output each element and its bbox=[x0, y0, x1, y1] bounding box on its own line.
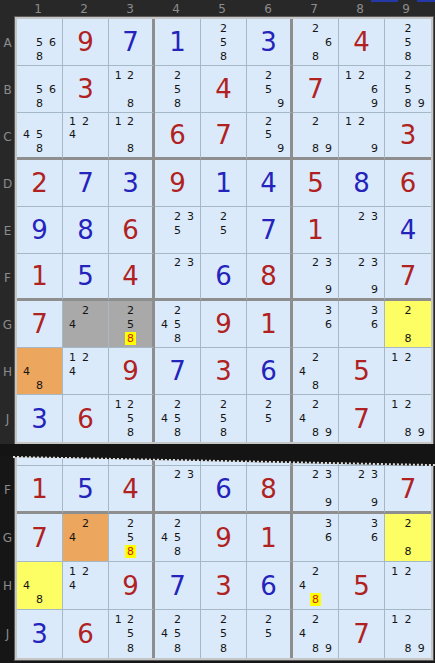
cell-A7[interactable]: 268 bbox=[293, 19, 339, 66]
cell-B2[interactable]: 3 bbox=[63, 66, 109, 113]
cell-F3[interactable]: 4 bbox=[109, 466, 155, 514]
candidate-1[interactable]: 1 bbox=[115, 398, 122, 411]
candidate-8[interactable]: 8 bbox=[312, 426, 319, 439]
candidate-9[interactable]: 9 bbox=[325, 426, 332, 439]
cell-H2[interactable]: 124 bbox=[63, 348, 109, 395]
candidate-3[interactable]: 3 bbox=[371, 256, 378, 269]
cell-F5[interactable]: 6 bbox=[201, 254, 247, 301]
candidate-8[interactable]: 8 bbox=[404, 642, 411, 655]
cell-E3[interactable]: 6 bbox=[109, 207, 155, 254]
candidate-5[interactable]: 5 bbox=[127, 318, 134, 331]
candidate-2[interactable]: 2 bbox=[404, 351, 411, 364]
cell-H9[interactable]: 12 bbox=[385, 562, 431, 610]
candidate-2[interactable]: 2 bbox=[358, 69, 365, 82]
cell-H8[interactable]: 5 bbox=[339, 348, 385, 395]
candidate-empty bbox=[230, 397, 243, 411]
candidate-6[interactable]: 6 bbox=[49, 36, 56, 49]
candidate-4[interactable]: 4 bbox=[23, 579, 30, 592]
cell-D5[interactable]: 1 bbox=[201, 160, 247, 207]
candidate-3[interactable]: 3 bbox=[187, 468, 194, 481]
candidate-empty bbox=[184, 397, 197, 411]
candidate-5[interactable]: 5 bbox=[404, 36, 411, 49]
cell-C1[interactable]: 458 bbox=[17, 113, 63, 160]
candidate-5[interactable]: 5 bbox=[127, 412, 134, 425]
candidate-2[interactable]: 2 bbox=[174, 468, 181, 481]
candidate-1[interactable]: 1 bbox=[115, 613, 122, 626]
cell-E4[interactable]: 235 bbox=[155, 207, 201, 254]
solved-value: 9 bbox=[17, 207, 62, 253]
candidate-3[interactable]: 3 bbox=[325, 517, 332, 530]
cell-B3[interactable]: 128 bbox=[109, 66, 155, 113]
candidate-2[interactable]: 2 bbox=[404, 517, 411, 530]
candidate-2[interactable]: 2 bbox=[220, 398, 227, 411]
candidate-2[interactable]: 2 bbox=[358, 468, 365, 481]
candidate-5[interactable]: 5 bbox=[404, 83, 411, 96]
cell-F1[interactable]: 1 bbox=[17, 254, 63, 301]
candidates: 268 bbox=[296, 21, 335, 63]
candidate-9[interactable]: 9 bbox=[371, 142, 378, 155]
candidate-empty bbox=[322, 115, 335, 128]
solved-value: 6 bbox=[247, 348, 290, 394]
candidate-2[interactable]: 2 bbox=[174, 613, 181, 626]
cell-H6[interactable]: 6 bbox=[247, 348, 293, 395]
candidate-2[interactable]: 2 bbox=[312, 22, 319, 35]
candidate-2[interactable]: 2 bbox=[174, 398, 181, 411]
cell-J2[interactable]: 6 bbox=[63, 395, 109, 442]
cell-G4[interactable]: 2458 bbox=[155, 514, 201, 562]
candidate-5[interactable]: 5 bbox=[220, 36, 227, 49]
candidate-5[interactable]: 5 bbox=[174, 318, 181, 331]
cell-J6[interactable]: 25 bbox=[247, 395, 293, 442]
candidate-8[interactable]: 8 bbox=[220, 642, 227, 655]
cell-J9[interactable]: 1289 bbox=[385, 395, 431, 442]
candidate-8[interactable]: 8 bbox=[312, 142, 319, 155]
candidate-3[interactable]: 3 bbox=[187, 210, 194, 223]
cell-B1[interactable]: 568 bbox=[17, 66, 63, 113]
candidate-8[interactable]: 8 bbox=[36, 593, 43, 606]
candidate-8[interactable]: 8 bbox=[36, 142, 43, 155]
candidate-empty bbox=[296, 303, 309, 317]
cell-G8[interactable]: 36 bbox=[339, 301, 385, 348]
candidate-empty bbox=[309, 495, 322, 509]
cell-A8[interactable]: 4 bbox=[339, 19, 385, 66]
candidate-8[interactable]: 8 bbox=[174, 642, 181, 655]
cell-B6[interactable]: 259 bbox=[247, 66, 293, 113]
cell-J5[interactable]: 258 bbox=[201, 395, 247, 442]
candidate-4[interactable]: 4 bbox=[23, 128, 30, 141]
cell-G9[interactable]: 28 bbox=[385, 514, 431, 562]
candidate-3[interactable]: 3 bbox=[325, 304, 332, 317]
candidate-3[interactable]: 3 bbox=[325, 468, 332, 481]
cell-J4[interactable]: 2458 bbox=[155, 395, 201, 442]
cell-G3[interactable]: 258 bbox=[109, 301, 155, 348]
candidate-2[interactable]: 2 bbox=[127, 115, 134, 128]
cell-F8[interactable]: 239 bbox=[339, 254, 385, 301]
cell-E2[interactable]: 8 bbox=[63, 207, 109, 254]
candidate-8[interactable]: 8 bbox=[174, 545, 181, 558]
candidate-4[interactable]: 4 bbox=[161, 412, 168, 425]
candidate-2[interactable]: 2 bbox=[127, 613, 134, 626]
cell-J1[interactable]: 3 bbox=[17, 395, 63, 442]
cell-J4[interactable]: 2458 bbox=[155, 610, 201, 658]
cell-J8[interactable]: 7 bbox=[339, 395, 385, 442]
cell-B5[interactable]: 4 bbox=[201, 66, 247, 113]
cell-A9[interactable]: 258 bbox=[385, 19, 431, 66]
cell-G3[interactable]: 258 bbox=[109, 514, 155, 562]
candidate-8[interactable]: 8 bbox=[404, 50, 411, 63]
cell-F4[interactable]: 23 bbox=[155, 466, 201, 514]
candidate-2[interactable]: 2 bbox=[82, 565, 89, 578]
candidate-4[interactable]: 4 bbox=[299, 412, 306, 425]
cell-H1[interactable]: 48 bbox=[17, 348, 63, 395]
cell-H3[interactable]: 9 bbox=[109, 348, 155, 395]
candidate-8[interactable]: 8 bbox=[174, 332, 181, 345]
candidate-2[interactable]: 2 bbox=[127, 398, 134, 411]
candidate-5[interactable]: 5 bbox=[265, 83, 272, 96]
candidate-5[interactable]: 5 bbox=[36, 128, 43, 141]
candidate-1[interactable]: 1 bbox=[391, 613, 398, 626]
candidate-1[interactable]: 1 bbox=[69, 565, 76, 578]
candidate-2[interactable]: 2 bbox=[312, 256, 319, 269]
candidate-4[interactable]: 4 bbox=[161, 627, 168, 640]
cell-F5[interactable]: 6 bbox=[201, 466, 247, 514]
candidate-3[interactable]: 3 bbox=[371, 210, 378, 223]
candidate-5[interactable]: 5 bbox=[174, 531, 181, 544]
cell-D2[interactable]: 7 bbox=[63, 160, 109, 207]
candidate-6[interactable]: 6 bbox=[371, 83, 378, 96]
cell-E1[interactable]: 9 bbox=[17, 207, 63, 254]
cell-E7[interactable]: 1 bbox=[293, 207, 339, 254]
cell-D3[interactable]: 3 bbox=[109, 160, 155, 207]
cell-H9[interactable]: 12 bbox=[385, 348, 431, 395]
cell-H5[interactable]: 3 bbox=[201, 348, 247, 395]
candidate-8[interactable]: 8 bbox=[174, 97, 181, 110]
candidate-8[interactable]: 8 bbox=[310, 593, 321, 606]
cell-G2[interactable]: 24 bbox=[63, 514, 109, 562]
candidate-2[interactable]: 2 bbox=[174, 304, 181, 317]
candidate-2[interactable]: 2 bbox=[404, 22, 411, 35]
cell-D1[interactable]: 2 bbox=[17, 160, 63, 207]
candidate-9[interactable]: 9 bbox=[418, 97, 425, 110]
cell-F9[interactable]: 7 bbox=[385, 254, 431, 301]
candidate-2[interactable]: 2 bbox=[220, 22, 227, 35]
candidate-empty bbox=[342, 495, 355, 509]
candidate-2[interactable]: 2 bbox=[220, 210, 227, 223]
candidate-2[interactable]: 2 bbox=[312, 468, 319, 481]
cell-F6[interactable]: 8 bbox=[247, 466, 293, 514]
candidate-9[interactable]: 9 bbox=[371, 496, 378, 509]
cell-J7[interactable]: 2489 bbox=[293, 610, 339, 658]
candidate-6[interactable]: 6 bbox=[49, 83, 56, 96]
cell-E9[interactable]: 4 bbox=[385, 207, 431, 254]
cell-J1[interactable]: 3 bbox=[17, 610, 63, 658]
candidate-2[interactable]: 2 bbox=[82, 115, 89, 128]
candidate-4[interactable]: 4 bbox=[299, 627, 306, 640]
candidate-2[interactable]: 2 bbox=[358, 210, 365, 223]
candidate-empty bbox=[158, 545, 171, 559]
candidate-8[interactable]: 8 bbox=[125, 332, 136, 345]
cell-H1[interactable]: 48 bbox=[17, 562, 63, 610]
candidate-9[interactable]: 9 bbox=[371, 283, 378, 296]
cell-H5[interactable]: 3 bbox=[201, 562, 247, 610]
cell-J3[interactable]: 1258 bbox=[109, 610, 155, 658]
candidate-5[interactable]: 5 bbox=[127, 531, 134, 544]
candidate-5[interactable]: 5 bbox=[127, 627, 134, 640]
cell-A5[interactable]: 258 bbox=[201, 19, 247, 66]
cell-F4[interactable]: 23 bbox=[155, 254, 201, 301]
candidate-empty bbox=[66, 303, 79, 317]
candidate-2[interactable]: 2 bbox=[174, 69, 181, 82]
candidate-5[interactable]: 5 bbox=[220, 412, 227, 425]
candidate-5[interactable]: 5 bbox=[265, 412, 272, 425]
candidate-8[interactable]: 8 bbox=[174, 426, 181, 439]
candidate-empty bbox=[275, 612, 287, 627]
cell-J7[interactable]: 2489 bbox=[293, 395, 339, 442]
candidate-4[interactable]: 4 bbox=[161, 318, 168, 331]
cell-E6[interactable]: 7 bbox=[247, 207, 293, 254]
candidate-5[interactable]: 5 bbox=[174, 83, 181, 96]
candidate-2[interactable]: 2 bbox=[358, 256, 365, 269]
cell-C9[interactable]: 3 bbox=[385, 113, 431, 160]
candidate-5[interactable]: 5 bbox=[174, 627, 181, 640]
cell-D7[interactable]: 5 bbox=[293, 160, 339, 207]
candidate-9[interactable]: 9 bbox=[325, 642, 332, 655]
cell-G8[interactable]: 36 bbox=[339, 514, 385, 562]
candidate-1[interactable]: 1 bbox=[69, 115, 76, 128]
cell-J5[interactable]: 258 bbox=[201, 610, 247, 658]
candidate-2[interactable]: 2 bbox=[174, 210, 181, 223]
candidate-2[interactable]: 2 bbox=[265, 398, 272, 411]
candidate-1[interactable]: 1 bbox=[115, 115, 122, 128]
candidate-4[interactable]: 4 bbox=[23, 365, 30, 378]
candidate-8[interactable]: 8 bbox=[220, 50, 227, 63]
cell-A1[interactable]: 568 bbox=[17, 19, 63, 66]
candidate-9[interactable]: 9 bbox=[418, 642, 425, 655]
candidate-2[interactable]: 2 bbox=[265, 613, 272, 626]
candidate-6[interactable]: 6 bbox=[371, 318, 378, 331]
candidate-8[interactable]: 8 bbox=[404, 97, 411, 110]
candidate-2[interactable]: 2 bbox=[404, 613, 411, 626]
candidate-6[interactable]: 6 bbox=[371, 531, 378, 544]
candidate-2[interactable]: 2 bbox=[404, 565, 411, 578]
cell-G1[interactable]: 7 bbox=[17, 301, 63, 348]
candidate-4[interactable]: 4 bbox=[69, 531, 76, 544]
candidate-4[interactable]: 4 bbox=[69, 579, 76, 592]
candidate-9[interactable]: 9 bbox=[371, 97, 378, 110]
cell-D6[interactable]: 4 bbox=[247, 160, 293, 207]
candidate-4[interactable]: 4 bbox=[69, 128, 76, 141]
candidate-3[interactable]: 3 bbox=[371, 304, 378, 317]
candidate-8[interactable]: 8 bbox=[36, 50, 43, 63]
candidate-2[interactable]: 2 bbox=[265, 115, 272, 128]
candidate-empty bbox=[204, 237, 217, 251]
candidate-8[interactable]: 8 bbox=[36, 97, 43, 110]
candidate-6[interactable]: 6 bbox=[325, 531, 332, 544]
candidate-1[interactable]: 1 bbox=[69, 351, 76, 364]
candidate-5[interactable]: 5 bbox=[265, 128, 272, 141]
candidates: 248 bbox=[296, 564, 335, 607]
candidate-4[interactable]: 4 bbox=[69, 318, 76, 331]
candidate-8[interactable]: 8 bbox=[125, 545, 136, 558]
candidate-1[interactable]: 1 bbox=[345, 115, 352, 128]
cell-F6[interactable]: 8 bbox=[247, 254, 293, 301]
cell-B8[interactable]: 1269 bbox=[339, 66, 385, 113]
cell-J2[interactable]: 6 bbox=[63, 610, 109, 658]
cell-H6[interactable]: 6 bbox=[247, 562, 293, 610]
cell-C2[interactable]: 124 bbox=[63, 113, 109, 160]
cell-H2[interactable]: 124 bbox=[63, 562, 109, 610]
cell-J9[interactable]: 1289 bbox=[385, 610, 431, 658]
candidate-2[interactable]: 2 bbox=[312, 613, 319, 626]
cell-G6[interactable]: 1 bbox=[247, 514, 293, 562]
cell-G5[interactable]: 9 bbox=[201, 301, 247, 348]
candidate-2[interactable]: 2 bbox=[82, 351, 89, 364]
cell-E5[interactable]: 25 bbox=[201, 207, 247, 254]
cell-G2[interactable]: 24 bbox=[63, 301, 109, 348]
candidate-2[interactable]: 2 bbox=[312, 565, 319, 578]
candidate-8[interactable]: 8 bbox=[127, 97, 134, 110]
candidate-2[interactable]: 2 bbox=[220, 613, 227, 626]
candidate-5[interactable]: 5 bbox=[220, 224, 227, 237]
candidate-5[interactable]: 5 bbox=[36, 36, 43, 49]
candidate-empty bbox=[230, 411, 243, 425]
candidate-2[interactable]: 2 bbox=[312, 115, 319, 128]
candidate-2[interactable]: 2 bbox=[82, 517, 89, 530]
cell-H4[interactable]: 7 bbox=[155, 348, 201, 395]
cell-F9[interactable]: 7 bbox=[385, 466, 431, 514]
candidate-2[interactable]: 2 bbox=[404, 69, 411, 82]
cell-C6[interactable]: 259 bbox=[247, 113, 293, 160]
cell-G7[interactable]: 36 bbox=[293, 301, 339, 348]
candidate-8[interactable]: 8 bbox=[312, 379, 319, 392]
candidate-9[interactable]: 9 bbox=[325, 142, 332, 155]
candidate-9[interactable]: 9 bbox=[325, 283, 332, 296]
candidate-5[interactable]: 5 bbox=[265, 627, 272, 640]
candidate-9[interactable]: 9 bbox=[277, 142, 284, 155]
cell-F3[interactable]: 4 bbox=[109, 254, 155, 301]
candidate-5[interactable]: 5 bbox=[220, 627, 227, 640]
candidate-2[interactable]: 2 bbox=[358, 115, 365, 128]
candidate-8[interactable]: 8 bbox=[127, 642, 134, 655]
candidate-8[interactable]: 8 bbox=[36, 379, 43, 392]
cell-B9[interactable]: 2589 bbox=[385, 66, 431, 113]
cell-J8[interactable]: 7 bbox=[339, 610, 385, 658]
cell-C8[interactable]: 129 bbox=[339, 113, 385, 160]
cell-F1[interactable]: 1 bbox=[17, 466, 63, 514]
cell-F8[interactable]: 239 bbox=[339, 466, 385, 514]
candidate-8[interactable]: 8 bbox=[404, 545, 411, 558]
cell-A3[interactable]: 7 bbox=[109, 19, 155, 66]
candidate-8[interactable]: 8 bbox=[220, 426, 227, 439]
candidate-empty bbox=[33, 115, 46, 128]
candidate-8[interactable]: 8 bbox=[127, 426, 134, 439]
candidate-6[interactable]: 6 bbox=[325, 36, 332, 49]
cell-C7[interactable]: 289 bbox=[293, 113, 339, 160]
cell-C3[interactable]: 128 bbox=[109, 113, 155, 160]
candidate-8[interactable]: 8 bbox=[404, 426, 411, 439]
candidate-1[interactable]: 1 bbox=[391, 351, 398, 364]
candidate-9[interactable]: 9 bbox=[418, 426, 425, 439]
candidate-8[interactable]: 8 bbox=[404, 332, 411, 345]
cell-C4[interactable]: 6 bbox=[155, 113, 201, 160]
cell-C5[interactable]: 7 bbox=[201, 113, 247, 160]
cell-D4[interactable]: 9 bbox=[155, 160, 201, 207]
cell-D8[interactable]: 8 bbox=[339, 160, 385, 207]
candidate-empty bbox=[20, 35, 33, 49]
candidate-1[interactable]: 1 bbox=[391, 565, 398, 578]
cell-H7[interactable]: 248 bbox=[293, 562, 339, 610]
candidate-2[interactable]: 2 bbox=[127, 517, 134, 530]
cell-F2[interactable]: 5 bbox=[63, 254, 109, 301]
candidate-empty bbox=[204, 21, 217, 35]
candidate-8[interactable]: 8 bbox=[127, 142, 134, 155]
cell-F7[interactable]: 239 bbox=[293, 254, 339, 301]
candidate-2[interactable]: 2 bbox=[404, 398, 411, 411]
cell-D9[interactable]: 6 bbox=[385, 160, 431, 207]
cell-B7[interactable]: 7 bbox=[293, 66, 339, 113]
candidate-4[interactable]: 4 bbox=[161, 531, 168, 544]
cell-A2[interactable]: 9 bbox=[63, 19, 109, 66]
cell-J3[interactable]: 1258 bbox=[109, 395, 155, 442]
candidate-5[interactable]: 5 bbox=[174, 224, 181, 237]
candidate-8[interactable]: 8 bbox=[312, 50, 319, 63]
candidate-2[interactable]: 2 bbox=[265, 69, 272, 82]
candidate-3[interactable]: 3 bbox=[187, 256, 194, 269]
candidate-2[interactable]: 2 bbox=[174, 256, 181, 269]
candidate-2[interactable]: 2 bbox=[127, 304, 134, 317]
candidate-5[interactable]: 5 bbox=[174, 412, 181, 425]
candidate-2[interactable]: 2 bbox=[312, 398, 319, 411]
candidate-3[interactable]: 3 bbox=[371, 468, 378, 481]
cell-F7[interactable]: 239 bbox=[293, 466, 339, 514]
cell-J6[interactable]: 25 bbox=[247, 610, 293, 658]
candidate-2[interactable]: 2 bbox=[127, 69, 134, 82]
candidate-2[interactable]: 2 bbox=[404, 304, 411, 317]
cell-G6[interactable]: 1 bbox=[247, 301, 293, 348]
cell-B4[interactable]: 258 bbox=[155, 66, 201, 113]
candidate-5[interactable]: 5 bbox=[36, 83, 43, 96]
cell-F2[interactable]: 5 bbox=[63, 466, 109, 514]
candidate-3[interactable]: 3 bbox=[371, 517, 378, 530]
cell-G1[interactable]: 7 bbox=[17, 514, 63, 562]
candidate-1[interactable]: 1 bbox=[115, 69, 122, 82]
candidate-2[interactable]: 2 bbox=[174, 517, 181, 530]
cell-A4[interactable]: 1 bbox=[155, 19, 201, 66]
cell-G5[interactable]: 9 bbox=[201, 514, 247, 562]
cell-G4[interactable]: 2458 bbox=[155, 301, 201, 348]
cell-G9[interactable]: 28 bbox=[385, 301, 431, 348]
cell-E8[interactable]: 23 bbox=[339, 207, 385, 254]
candidate-3[interactable]: 3 bbox=[325, 256, 332, 269]
candidate-1[interactable]: 1 bbox=[391, 398, 398, 411]
cell-H4[interactable]: 7 bbox=[155, 562, 201, 610]
candidate-4[interactable]: 4 bbox=[69, 365, 76, 378]
candidate-9[interactable]: 9 bbox=[325, 496, 332, 509]
candidate-9[interactable]: 9 bbox=[277, 97, 284, 110]
candidate-1[interactable]: 1 bbox=[345, 69, 352, 82]
cell-A6[interactable]: 3 bbox=[247, 19, 293, 66]
candidate-6[interactable]: 6 bbox=[325, 318, 332, 331]
candidate-4[interactable]: 4 bbox=[299, 365, 306, 378]
cell-G7[interactable]: 36 bbox=[293, 514, 339, 562]
candidate-2[interactable]: 2 bbox=[312, 351, 319, 364]
cell-H7[interactable]: 248 bbox=[293, 348, 339, 395]
cell-H8[interactable]: 5 bbox=[339, 562, 385, 610]
candidate-4[interactable]: 4 bbox=[299, 579, 306, 592]
candidate-8[interactable]: 8 bbox=[312, 642, 319, 655]
cell-H3[interactable]: 9 bbox=[109, 562, 155, 610]
candidate-2[interactable]: 2 bbox=[82, 304, 89, 317]
